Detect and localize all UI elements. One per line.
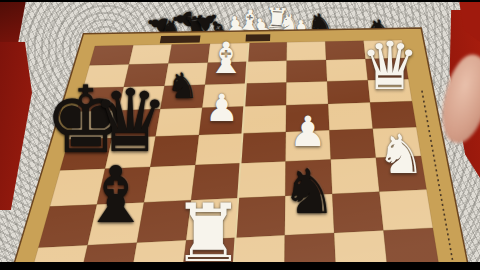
piece-wN-h3[interactable]: ♞ <box>374 128 428 182</box>
letterbox-top <box>0 0 480 2</box>
piece-wB-d7[interactable]: ♝ <box>205 37 248 80</box>
piece-bB-b2[interactable]: ♝ <box>77 156 155 234</box>
photo-scene: ♟♞♟♜♟♝♟♟♝♟♜♞♟♞♞ ♝♞♛♟♚♛♟♞♝♞♜ <box>0 0 480 270</box>
piece-wR-d1[interactable]: ♜ <box>168 193 248 270</box>
letterbox-bottom <box>0 262 480 270</box>
pieces-layer: ♝♞♛♟♚♛♟♞♝♞♜ <box>0 0 480 270</box>
piece-wP-f4[interactable]: ♟ <box>287 111 329 153</box>
piece-wP-d5[interactable]: ♟ <box>203 90 241 128</box>
piece-wQ-h6[interactable]: ♛ <box>357 34 423 100</box>
piece-bN-f2[interactable]: ♞ <box>278 162 340 224</box>
